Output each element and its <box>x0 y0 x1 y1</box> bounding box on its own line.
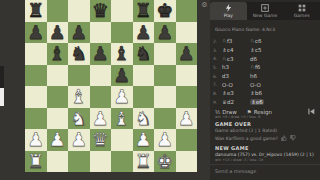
white-move[interactable]: ♘c3 <box>222 56 250 62</box>
square-b5[interactable] <box>47 65 69 87</box>
square-e6[interactable]: ♝ <box>111 43 133 65</box>
black-rook[interactable]: ♜ <box>27 0 44 22</box>
move-list: 2.♘f3♘c63.♗c4♗c54.♘c3d65.h3♘f66.d3h67.O-… <box>213 37 317 107</box>
move-number: 9. <box>213 100 222 105</box>
white-move[interactable]: ♕d2 <box>222 99 250 105</box>
square-c5[interactable] <box>68 65 90 87</box>
square-g5[interactable] <box>154 65 176 87</box>
black-pawn[interactable]: ♟ <box>178 43 195 65</box>
square-g3[interactable] <box>154 108 176 130</box>
black-pawn[interactable]: ♟ <box>156 22 173 44</box>
white-pawn[interactable]: ♟ <box>135 129 152 151</box>
move-row: 8.♗e3♗b6 <box>213 89 317 98</box>
tab-new-game-label: New Game <box>253 13 278 18</box>
black-move[interactable]: O-O <box>250 82 278 88</box>
white-knight[interactable]: ♞ <box>70 108 87 130</box>
eval-bar <box>0 66 4 106</box>
white-pawn[interactable]: ♟ <box>178 108 195 130</box>
tab-play-label: Play <box>224 13 233 18</box>
square-e7[interactable] <box>111 22 133 44</box>
move-number: 2. <box>213 39 222 44</box>
sidebar-panel: Play New Game Games Giuoco Piano Game: 4… <box>210 0 320 180</box>
square-h8[interactable] <box>176 0 198 22</box>
square-h4[interactable] <box>176 86 198 108</box>
grid-icon <box>298 4 306 12</box>
black-queen[interactable]: ♛ <box>92 0 109 22</box>
white-rook[interactable]: ♜ <box>135 151 152 173</box>
square-c8[interactable] <box>68 0 90 22</box>
game-over-title: GAME OVER <box>215 121 251 127</box>
thumbs-up-icon[interactable] <box>281 135 287 141</box>
chat-input[interactable]: Send a message <box>215 168 315 174</box>
black-king[interactable]: ♚ <box>156 0 173 22</box>
resign-button-label: Resign <box>254 109 272 115</box>
square-b4[interactable] <box>47 86 69 108</box>
tab-games-label: Games <box>294 13 310 18</box>
move-number: 6. <box>213 74 222 79</box>
black-pawn[interactable]: ♟ <box>113 65 130 87</box>
move-row: 3.♗c4♗c5 <box>213 46 317 55</box>
square-h6[interactable]: ♟ <box>176 43 198 65</box>
square-f2[interactable]: ♟ <box>133 129 155 151</box>
square-f6[interactable]: ♞ <box>133 43 155 65</box>
black-move[interactable]: ♗e6 <box>250 99 264 105</box>
opening-name[interactable]: Giuoco Piano Game: 4.Nc3 <box>215 27 275 32</box>
move-number: 3. <box>213 48 222 53</box>
square-e4[interactable]: ♟ <box>111 86 133 108</box>
square-d3[interactable]: ♟ <box>90 108 112 130</box>
square-a8[interactable]: ♜ <box>25 0 47 22</box>
square-e3[interactable]: ♝ <box>111 108 133 130</box>
black-move[interactable]: ♗c5 <box>250 47 278 53</box>
lightning-icon <box>225 4 232 12</box>
white-move[interactable]: O-O <box>222 82 250 88</box>
chat-divider <box>210 164 320 165</box>
feedback-question: Was Karfilem a good game? <box>215 136 278 141</box>
white-bishop[interactable]: ♝ <box>113 108 130 130</box>
white-knight[interactable]: ♞ <box>135 108 152 130</box>
half-point-icon: ½ <box>215 109 220 115</box>
game-over-detail: Game aborted (2 | 1 Rated) <box>215 128 277 133</box>
black-bishop[interactable]: ♝ <box>113 43 130 65</box>
chess-board[interactable]: ♜♛♜♚♟♟♟♟♟♝♞♟♝♞♟♟♝♟♞♟♝♞♟♟♟♟♛♟♟♜♜♚ <box>25 0 197 172</box>
square-g6[interactable] <box>154 43 176 65</box>
tab-new-game[interactable]: New Game <box>247 2 284 20</box>
square-b3[interactable] <box>47 108 69 130</box>
square-e1[interactable] <box>111 151 133 173</box>
square-g2[interactable]: ♟ <box>154 129 176 151</box>
square-f4[interactable] <box>133 86 155 108</box>
tab-bar: Play New Game Games <box>210 2 320 20</box>
eval-bar-white <box>0 88 4 106</box>
move-number: 5. <box>213 65 222 70</box>
eval-bar-black <box>0 66 4 88</box>
square-h1[interactable] <box>176 151 198 173</box>
flag-icon: ⚑ <box>247 109 252 115</box>
rating-forecast: win +8 / draw +0 / loss -8 <box>215 115 260 119</box>
black-move[interactable]: ♘f6 <box>250 64 278 70</box>
white-king[interactable]: ♚ <box>156 151 173 173</box>
new-game-title: NEW GAME <box>215 145 249 151</box>
black-knight[interactable]: ♞ <box>135 43 152 65</box>
white-move[interactable]: d3 <box>222 73 250 79</box>
square-a3[interactable] <box>25 108 47 130</box>
white-rook[interactable]: ♜ <box>27 151 44 173</box>
move-row: 7.O-OO-O <box>213 80 317 89</box>
square-c7[interactable]: ♟ <box>68 22 90 44</box>
white-move[interactable]: h3 <box>222 64 250 70</box>
move-row: 2.♘f3♘c6 <box>213 37 317 46</box>
white-pawn[interactable]: ♟ <box>156 129 173 151</box>
square-a5[interactable] <box>25 65 47 87</box>
square-g8[interactable]: ♚ <box>154 0 176 22</box>
square-a7[interactable]: ♟ <box>25 22 47 44</box>
tab-play[interactable]: Play <box>210 2 247 20</box>
square-b1[interactable] <box>47 151 69 173</box>
black-pawn[interactable]: ♟ <box>49 22 66 44</box>
move-row: 4.♘c3d6 <box>213 54 317 63</box>
move-row: 9.♕d2♗e6 <box>213 98 317 107</box>
square-c3[interactable]: ♞ <box>68 108 90 130</box>
square-e8[interactable] <box>111 0 133 22</box>
move-row: 5.h3♘f6 <box>213 63 317 72</box>
square-a1[interactable]: ♜ <box>25 151 47 173</box>
game-feedback-row: Was Karfilem a good game? <box>215 135 296 141</box>
square-b8[interactable] <box>47 0 69 22</box>
move-number: 4. <box>213 56 222 61</box>
square-d2[interactable]: ♛ <box>90 129 112 151</box>
white-move[interactable]: ♗c4 <box>222 47 250 53</box>
black-rook[interactable]: ♜ <box>135 0 152 22</box>
black-move[interactable]: ♘c6 <box>250 38 278 44</box>
white-queen[interactable]: ♛ <box>92 129 109 151</box>
square-e5[interactable]: ♟ <box>111 65 133 87</box>
square-c1[interactable] <box>68 151 90 173</box>
square-b7[interactable]: ♟ <box>47 22 69 44</box>
square-f1[interactable]: ♜ <box>133 151 155 173</box>
skip-back-icon <box>308 108 315 115</box>
black-bishop[interactable]: ♝ <box>49 43 66 65</box>
tab-games[interactable]: Games <box>283 2 320 20</box>
white-bishop[interactable]: ♝ <box>70 86 87 108</box>
jump-to-start-icon[interactable] <box>308 108 315 115</box>
black-pawn[interactable]: ♟ <box>92 43 109 65</box>
draw-button[interactable]: ½ Draw <box>215 109 237 115</box>
square-b2[interactable]: ♟ <box>47 129 69 151</box>
white-pawn[interactable]: ♟ <box>27 129 44 151</box>
white-pawn[interactable]: ♟ <box>113 86 130 108</box>
move-number: 8. <box>213 91 222 96</box>
black-move[interactable]: h6 <box>250 73 278 79</box>
black-move[interactable]: ♗b6 <box>250 90 278 96</box>
black-pawn[interactable]: ♟ <box>70 22 87 44</box>
square-d6[interactable]: ♟ <box>90 43 112 65</box>
square-a6[interactable] <box>25 43 47 65</box>
square-h2[interactable] <box>176 129 198 151</box>
square-h7[interactable] <box>176 22 198 44</box>
square-d4[interactable] <box>90 86 112 108</box>
square-d7[interactable] <box>90 22 112 44</box>
black-pawn[interactable]: ♟ <box>27 22 44 44</box>
black-pawn[interactable]: ♟ <box>135 22 152 44</box>
black-move[interactable]: d6 <box>250 56 278 62</box>
square-d1[interactable] <box>90 151 112 173</box>
resign-button[interactable]: ⚑ Resign <box>247 109 272 115</box>
square-g4[interactable] <box>154 86 176 108</box>
white-pawn[interactable]: ♟ <box>92 108 109 130</box>
square-d8[interactable]: ♛ <box>90 0 112 22</box>
white-pawn[interactable]: ♟ <box>49 129 66 151</box>
square-a4[interactable] <box>25 86 47 108</box>
square-g1[interactable]: ♚ <box>154 151 176 173</box>
square-c4[interactable]: ♝ <box>68 86 90 108</box>
square-h3[interactable]: ♟ <box>176 108 198 130</box>
white-move[interactable]: ♘f3 <box>222 38 250 44</box>
square-d5[interactable] <box>90 65 112 87</box>
new-game-players[interactable]: danouma (757) vs. Dr_Hipovo (1459) (2 | … <box>215 152 314 157</box>
square-f7[interactable]: ♟ <box>133 22 155 44</box>
white-pawn[interactable]: ♟ <box>70 129 87 151</box>
black-knight[interactable]: ♞ <box>70 43 87 65</box>
board-settings-gear-icon[interactable]: ⚙ <box>200 1 209 10</box>
square-c2[interactable]: ♟ <box>68 129 90 151</box>
square-e2[interactable] <box>111 129 133 151</box>
square-a2[interactable]: ♟ <box>25 129 47 151</box>
square-f5[interactable] <box>133 65 155 87</box>
move-number: 7. <box>213 82 222 87</box>
new-game-rating-forecast: win +13 / draw -3 / loss -19 <box>215 158 263 162</box>
square-h5[interactable] <box>176 65 198 87</box>
move-row: 6.d3h6 <box>213 72 317 81</box>
square-b6[interactable]: ♝ <box>47 43 69 65</box>
new-board-icon <box>261 4 269 12</box>
thumbs-down-icon[interactable] <box>290 135 296 141</box>
square-c6[interactable]: ♞ <box>68 43 90 65</box>
white-move[interactable]: ♗e3 <box>222 90 250 96</box>
square-f8[interactable]: ♜ <box>133 0 155 22</box>
draw-button-label: Draw <box>222 109 236 115</box>
square-f3[interactable]: ♞ <box>133 108 155 130</box>
square-g7[interactable]: ♟ <box>154 22 176 44</box>
